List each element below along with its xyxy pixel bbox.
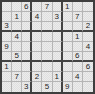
cell-r5c5[interactable] [42, 42, 52, 52]
cell-r4c2[interactable]: 4 [12, 32, 22, 42]
cell-r5c1[interactable]: 9 [2, 42, 12, 52]
cell-r7c4[interactable] [32, 62, 42, 72]
cell-r9c4[interactable] [32, 82, 42, 92]
cell-r8c2[interactable]: 7 [12, 72, 22, 82]
cell-r4c5[interactable] [42, 32, 52, 42]
cell-r7c2[interactable] [12, 62, 22, 72]
cell-r3c4[interactable] [32, 22, 42, 32]
cell-r4c8[interactable]: 1 [73, 32, 83, 42]
cell-r1c9[interactable] [83, 2, 93, 12]
cell-r7c5[interactable] [42, 62, 52, 72]
cell-r6c4[interactable] [32, 52, 42, 62]
cell-r8c4[interactable]: 2 [32, 72, 42, 82]
cell-r5c9[interactable]: 4 [83, 42, 93, 52]
cell-r3c1[interactable]: 3 [2, 22, 12, 32]
cell-r3c6[interactable] [53, 22, 63, 32]
cell-r6c5[interactable] [42, 52, 52, 62]
cell-r6c8[interactable]: 6 [73, 52, 83, 62]
cell-r9c3[interactable]: 3 [22, 82, 32, 92]
cell-r8c7[interactable] [63, 72, 73, 82]
cell-r6c7[interactable] [63, 52, 73, 62]
cell-r6c6[interactable] [53, 52, 63, 62]
cell-r7c9[interactable]: 6 [83, 62, 93, 72]
cell-r3c5[interactable] [42, 22, 52, 32]
cell-r2c5[interactable] [42, 12, 52, 22]
cell-r1c8[interactable] [73, 2, 83, 12]
cell-r3c8[interactable] [73, 22, 83, 32]
cell-r1c1[interactable] [2, 2, 12, 12]
cell-r5c3[interactable] [22, 42, 32, 52]
cell-r1c6[interactable] [53, 2, 63, 12]
cell-r2c6[interactable]: 3 [53, 12, 63, 22]
cell-r8c3[interactable] [22, 72, 32, 82]
cell-r9c6[interactable] [53, 82, 63, 92]
cell-r2c2[interactable]: 1 [12, 12, 22, 22]
cell-r8c5[interactable] [42, 72, 52, 82]
sudoku-board: 671143732419456167214359 [0, 0, 95, 94]
cell-r6c3[interactable] [22, 52, 32, 62]
cell-r5c6[interactable] [53, 42, 63, 52]
cell-r4c3[interactable] [22, 32, 32, 42]
cell-r4c6[interactable] [53, 32, 63, 42]
cell-r5c4[interactable] [32, 42, 42, 52]
cell-r1c2[interactable] [12, 2, 22, 12]
cell-r4c9[interactable] [83, 32, 93, 42]
cell-r7c8[interactable] [73, 62, 83, 72]
cell-r2c4[interactable]: 4 [32, 12, 42, 22]
cell-r7c1[interactable]: 1 [2, 62, 12, 72]
cell-r1c5[interactable]: 7 [42, 2, 52, 12]
cell-r1c3[interactable]: 6 [22, 2, 32, 12]
cell-r9c1[interactable] [2, 82, 12, 92]
cell-r9c8[interactable] [73, 82, 83, 92]
cell-r3c9[interactable]: 2 [83, 22, 93, 32]
cell-r2c3[interactable] [22, 12, 32, 22]
cell-r4c1[interactable] [2, 32, 12, 42]
cell-r8c6[interactable]: 1 [53, 72, 63, 82]
cell-r4c7[interactable] [63, 32, 73, 42]
cell-r3c7[interactable] [63, 22, 73, 32]
cell-r6c9[interactable] [83, 52, 93, 62]
cell-r8c1[interactable] [2, 72, 12, 82]
cell-r6c2[interactable]: 5 [12, 52, 22, 62]
cell-r7c7[interactable] [63, 62, 73, 72]
cell-r3c3[interactable] [22, 22, 32, 32]
cell-r6c1[interactable] [2, 52, 12, 62]
cell-r3c2[interactable] [12, 22, 22, 32]
cell-r9c5[interactable]: 5 [42, 82, 52, 92]
cell-r9c2[interactable] [12, 82, 22, 92]
cell-r8c8[interactable]: 4 [73, 72, 83, 82]
cell-r7c6[interactable] [53, 62, 63, 72]
cell-r8c9[interactable] [83, 72, 93, 82]
cell-r1c4[interactable] [32, 2, 42, 12]
cell-r9c7[interactable]: 9 [63, 82, 73, 92]
cell-r7c3[interactable] [22, 62, 32, 72]
cell-r5c7[interactable] [63, 42, 73, 52]
cell-r1c7[interactable]: 1 [63, 2, 73, 12]
cell-r4c4[interactable] [32, 32, 42, 42]
cell-r9c9[interactable] [83, 82, 93, 92]
cell-r2c7[interactable] [63, 12, 73, 22]
cell-r2c8[interactable]: 7 [73, 12, 83, 22]
